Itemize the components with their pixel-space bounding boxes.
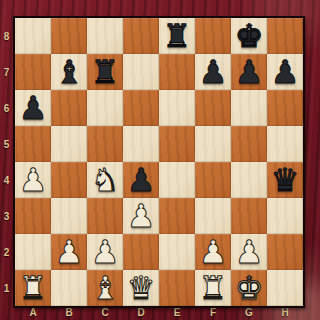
square-d7[interactable]: [123, 54, 159, 90]
square-c2[interactable]: ♟: [87, 234, 123, 270]
square-f4[interactable]: [195, 162, 231, 198]
square-g7[interactable]: ♟: [231, 54, 267, 90]
square-f2[interactable]: ♟: [195, 234, 231, 270]
piece-white-rook[interactable]: ♜: [19, 270, 48, 306]
square-h4[interactable]: ♛: [267, 162, 303, 198]
piece-black-rook[interactable]: ♜: [163, 18, 192, 54]
square-b3[interactable]: [51, 198, 87, 234]
rank-label-7: 7: [0, 54, 13, 90]
square-g2[interactable]: ♟: [231, 234, 267, 270]
square-b4[interactable]: [51, 162, 87, 198]
square-h8[interactable]: [267, 18, 303, 54]
piece-white-pawn[interactable]: ♟: [199, 234, 228, 270]
piece-black-pawn[interactable]: ♟: [199, 54, 228, 90]
piece-white-knight[interactable]: ♞: [91, 162, 120, 198]
piece-white-king[interactable]: ♚: [235, 270, 264, 306]
piece-black-rook[interactable]: ♜: [91, 54, 120, 90]
square-e5[interactable]: [159, 126, 195, 162]
square-f5[interactable]: [195, 126, 231, 162]
square-b5[interactable]: [51, 126, 87, 162]
square-a1[interactable]: ♜: [15, 270, 51, 306]
square-h2[interactable]: [267, 234, 303, 270]
square-e7[interactable]: [159, 54, 195, 90]
piece-black-pawn[interactable]: ♟: [235, 54, 264, 90]
square-b6[interactable]: [51, 90, 87, 126]
square-c4[interactable]: ♞: [87, 162, 123, 198]
chess-board[interactable]: ♜♚♝♜♟♟♟♟♟♞♟♛♟♟♟♟♟♜♝♛♜♚: [15, 18, 303, 306]
square-h5[interactable]: [267, 126, 303, 162]
square-b2[interactable]: ♟: [51, 234, 87, 270]
square-e2[interactable]: [159, 234, 195, 270]
square-d6[interactable]: [123, 90, 159, 126]
square-a5[interactable]: [15, 126, 51, 162]
square-f8[interactable]: [195, 18, 231, 54]
square-c1[interactable]: ♝: [87, 270, 123, 306]
square-b7[interactable]: ♝: [51, 54, 87, 90]
rank-labels: 87654321: [0, 18, 13, 306]
square-c6[interactable]: [87, 90, 123, 126]
piece-black-bishop[interactable]: ♝: [55, 54, 84, 90]
square-c3[interactable]: [87, 198, 123, 234]
square-d3[interactable]: ♟: [123, 198, 159, 234]
square-a6[interactable]: ♟: [15, 90, 51, 126]
square-b1[interactable]: [51, 270, 87, 306]
rank-label-6: 6: [0, 90, 13, 126]
piece-white-pawn[interactable]: ♟: [127, 198, 156, 234]
piece-black-king[interactable]: ♚: [235, 18, 264, 54]
square-b8[interactable]: [51, 18, 87, 54]
piece-white-rook[interactable]: ♜: [199, 270, 228, 306]
square-f6[interactable]: [195, 90, 231, 126]
square-e4[interactable]: [159, 162, 195, 198]
piece-white-pawn[interactable]: ♟: [55, 234, 84, 270]
square-f3[interactable]: [195, 198, 231, 234]
rank-label-2: 2: [0, 234, 13, 270]
piece-white-bishop[interactable]: ♝: [91, 270, 120, 306]
board-frame: ♜♚♝♜♟♟♟♟♟♞♟♛♟♟♟♟♟♜♝♛♜♚: [13, 16, 305, 308]
piece-black-pawn[interactable]: ♟: [271, 54, 300, 90]
square-c5[interactable]: [87, 126, 123, 162]
square-a7[interactable]: [15, 54, 51, 90]
piece-white-queen[interactable]: ♛: [127, 270, 156, 306]
square-g8[interactable]: ♚: [231, 18, 267, 54]
square-h6[interactable]: [267, 90, 303, 126]
square-d2[interactable]: [123, 234, 159, 270]
rank-label-5: 5: [0, 126, 13, 162]
piece-black-queen[interactable]: ♛: [271, 162, 300, 198]
square-h7[interactable]: ♟: [267, 54, 303, 90]
square-a8[interactable]: [15, 18, 51, 54]
square-g3[interactable]: [231, 198, 267, 234]
piece-white-pawn[interactable]: ♟: [235, 234, 264, 270]
square-h3[interactable]: [267, 198, 303, 234]
square-a4[interactable]: ♟: [15, 162, 51, 198]
square-h1[interactable]: [267, 270, 303, 306]
square-e8[interactable]: ♜: [159, 18, 195, 54]
square-g4[interactable]: [231, 162, 267, 198]
square-e6[interactable]: [159, 90, 195, 126]
square-a2[interactable]: [15, 234, 51, 270]
square-e1[interactable]: [159, 270, 195, 306]
square-e3[interactable]: [159, 198, 195, 234]
square-g5[interactable]: [231, 126, 267, 162]
square-f7[interactable]: ♟: [195, 54, 231, 90]
piece-white-pawn[interactable]: ♟: [19, 162, 48, 198]
piece-black-pawn[interactable]: ♟: [127, 162, 156, 198]
square-a3[interactable]: [15, 198, 51, 234]
piece-white-pawn[interactable]: ♟: [91, 234, 120, 270]
rank-label-1: 1: [0, 270, 13, 306]
square-c7[interactable]: ♜: [87, 54, 123, 90]
square-g6[interactable]: [231, 90, 267, 126]
chess-diagram: 87654321 ABCDEFGH ♜♚♝♜♟♟♟♟♟♞♟♛♟♟♟♟♟♜♝♛♜♚: [0, 0, 320, 320]
square-d5[interactable]: [123, 126, 159, 162]
rank-label-8: 8: [0, 18, 13, 54]
piece-black-pawn[interactable]: ♟: [19, 90, 48, 126]
rank-label-3: 3: [0, 198, 13, 234]
square-d4[interactable]: ♟: [123, 162, 159, 198]
square-c8[interactable]: [87, 18, 123, 54]
square-d8[interactable]: [123, 18, 159, 54]
square-d1[interactable]: ♛: [123, 270, 159, 306]
square-f1[interactable]: ♜: [195, 270, 231, 306]
rank-label-4: 4: [0, 162, 13, 198]
square-g1[interactable]: ♚: [231, 270, 267, 306]
